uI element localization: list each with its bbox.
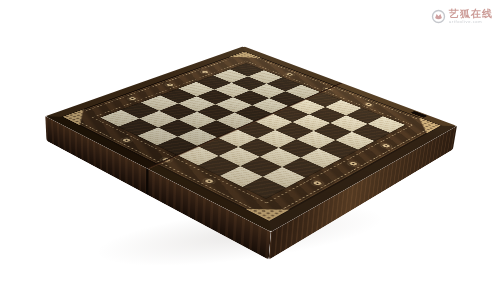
rosette-inlay-bottom-2 bbox=[159, 156, 175, 163]
square-r8c8-dark bbox=[243, 177, 286, 199]
rosette-inlay-top-3 bbox=[362, 102, 375, 108]
square-r7c8-light bbox=[263, 167, 305, 188]
square-r4c6-dark bbox=[275, 122, 313, 139]
square-r7c7-dark bbox=[240, 157, 282, 177]
rosette-inlay-bottom-3 bbox=[201, 177, 217, 185]
rosette-inlay-left-1 bbox=[198, 69, 211, 74]
square-r6c4-dark bbox=[197, 120, 236, 137]
square-r8c2-dark bbox=[119, 119, 158, 136]
board-top-face bbox=[45, 46, 457, 232]
rosette-inlay-top-1 bbox=[284, 72, 297, 77]
watermark-fox-circle-icon bbox=[431, 9, 446, 24]
square-r8c5-light bbox=[177, 146, 218, 165]
square-r7c5-dark bbox=[198, 137, 238, 155]
fold-seam-front-edge bbox=[146, 168, 148, 195]
rosette-inlay-left-3 bbox=[125, 96, 139, 102]
rosette-inlay-bottom-1 bbox=[119, 137, 134, 144]
square-r3c8-light bbox=[335, 132, 374, 150]
square-r4c8-dark bbox=[318, 140, 358, 158]
square-r5c7-dark bbox=[278, 139, 318, 157]
square-r6c6-dark bbox=[238, 138, 278, 156]
square-r6c5-light bbox=[218, 129, 258, 147]
folding-chessboard bbox=[45, 46, 457, 232]
auction-photo: 艺狐在线 artfoxlive.com bbox=[0, 0, 500, 294]
perspective-scene bbox=[0, 0, 500, 294]
watermark-subtext: artfoxlive.com bbox=[449, 20, 493, 24]
square-r7c4-light bbox=[178, 128, 218, 146]
square-r5c5-dark bbox=[236, 121, 275, 138]
corner-inlay-motif-bottom-right bbox=[246, 198, 290, 221]
board-inner-face bbox=[61, 51, 442, 222]
rosette-inlay-right-1 bbox=[379, 142, 393, 149]
watermark: 艺狐在线 artfoxlive.com bbox=[431, 9, 493, 24]
square-r8c3-light bbox=[138, 127, 178, 145]
rosette-inlay-right-3 bbox=[309, 179, 325, 187]
square-r5c8-light bbox=[301, 149, 342, 168]
corner-inlay-motif-bottom-left bbox=[63, 109, 101, 125]
square-r6c8-dark bbox=[282, 158, 323, 178]
square-r7c3-dark bbox=[158, 119, 197, 136]
square-r4c7-light bbox=[296, 131, 335, 149]
square-r6c7-light bbox=[260, 148, 301, 167]
watermark-title: 艺狐在线 bbox=[449, 9, 493, 19]
square-r8c4-dark bbox=[157, 137, 198, 156]
square-r5c6-light bbox=[257, 130, 296, 148]
square-r8c6-dark bbox=[198, 156, 240, 176]
square-r8c7-light bbox=[220, 166, 263, 187]
rosette-inlay-right-2 bbox=[345, 160, 360, 167]
rosette-inlay-left-2 bbox=[163, 82, 176, 87]
square-r7c6-light bbox=[219, 147, 260, 166]
